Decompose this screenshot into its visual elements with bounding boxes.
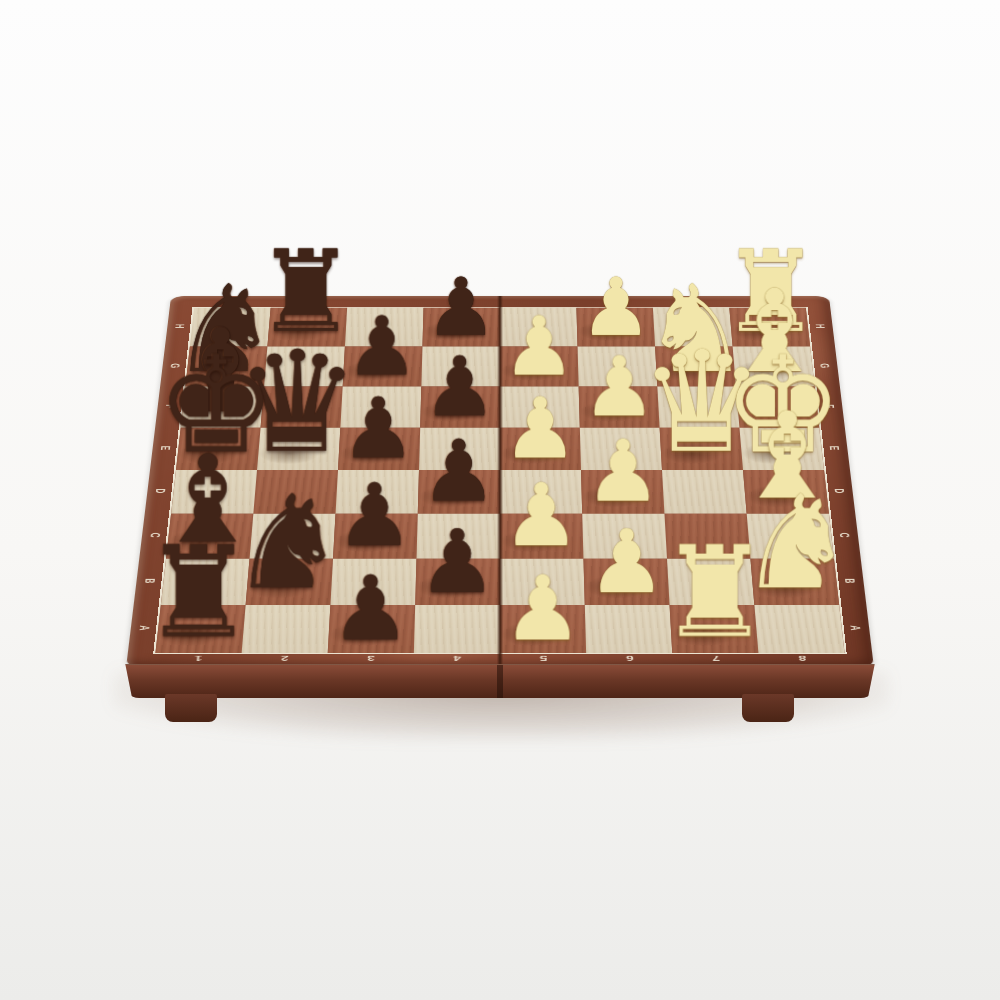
square-B8: ♞ (750, 559, 839, 605)
square-E4 (419, 428, 500, 470)
square-C8 (747, 514, 834, 559)
coord-front-7: 7 (706, 654, 726, 663)
piece-shadow (316, 617, 407, 651)
coord-left-A: A (136, 623, 153, 633)
square-A1: ♜ (155, 605, 245, 653)
piece-shadow (155, 525, 245, 557)
square-H5 (500, 308, 578, 347)
piece-shadow (570, 481, 656, 512)
square-A3: ♟ (328, 605, 415, 653)
board-front-edge (123, 664, 877, 698)
square-F7 (657, 386, 739, 427)
square-C5: ♟ (500, 514, 583, 559)
square-H3 (345, 308, 424, 347)
coord-right-C: C (836, 530, 852, 539)
piece-shadow (175, 357, 259, 385)
square-F6: ♟ (579, 386, 660, 427)
coord-left-G: G (167, 361, 182, 369)
coord-front-3: 3 (361, 654, 381, 663)
square-F5 (500, 386, 580, 427)
square-D5 (500, 470, 582, 514)
square-F4: ♟ (420, 386, 500, 427)
square-B2: ♞ (246, 559, 333, 605)
piece-shadow (327, 439, 412, 469)
piece-shadow (234, 571, 324, 604)
piece-shadow (719, 318, 802, 345)
coord-left-H: H (172, 322, 187, 330)
square-H6: ♟ (576, 308, 655, 347)
piece-shadow (144, 617, 236, 651)
piece-shadow (723, 357, 807, 385)
piece-shadow (740, 571, 831, 604)
square-D6: ♟ (581, 470, 664, 514)
piece-shadow (403, 571, 491, 604)
square-A5: ♟ (500, 605, 586, 653)
front-edge-seam (497, 665, 503, 698)
square-C7 (664, 514, 750, 559)
square-G7: ♞ (655, 347, 736, 387)
square-H4: ♟ (422, 308, 500, 347)
piece-shadow (321, 525, 409, 557)
coord-right-D: D (831, 486, 847, 495)
square-G4 (421, 347, 500, 387)
square-C4 (417, 514, 500, 559)
piece-shadow (246, 439, 332, 469)
coord-front-2: 2 (274, 654, 294, 663)
coord-right-G: G (817, 361, 832, 369)
coord-left-E: E (158, 443, 174, 452)
piece-shadow (645, 357, 728, 385)
square-G1: ♞ (185, 347, 267, 387)
square-F3 (340, 386, 421, 427)
coord-right-H: H (813, 322, 828, 330)
right-foot (742, 694, 794, 722)
square-H2: ♜ (267, 308, 347, 347)
coord-front-5: 5 (534, 654, 553, 663)
piece-shadow (165, 439, 252, 469)
square-E5: ♟ (500, 428, 581, 470)
piece-shadow (733, 481, 821, 512)
piece-shadow (568, 397, 652, 426)
piece-shadow (409, 397, 492, 426)
square-E6 (580, 428, 662, 470)
square-E3: ♟ (338, 428, 420, 470)
square-B4: ♟ (415, 559, 500, 605)
square-A8 (754, 605, 844, 653)
square-E8: ♚ (739, 428, 824, 470)
square-G6 (578, 347, 658, 387)
square-D4: ♟ (418, 470, 500, 514)
piece-shadow (566, 318, 647, 345)
square-G2 (264, 347, 345, 387)
coord-front-6: 6 (620, 654, 640, 663)
piece-shadow (406, 481, 492, 512)
coord-right-A: A (847, 623, 864, 633)
piece-shadow (257, 318, 339, 345)
square-C1: ♝ (166, 514, 253, 559)
square-C3: ♟ (333, 514, 418, 559)
square-A7: ♜ (670, 605, 759, 653)
coord-right-F: F (822, 402, 838, 411)
coord-left-B: B (142, 576, 159, 586)
square-C6 (582, 514, 667, 559)
coord-front-1: 1 (188, 654, 208, 663)
square-G8: ♝ (733, 347, 815, 387)
square-C2 (250, 514, 336, 559)
square-A4 (414, 605, 500, 653)
fold-seam (497, 296, 503, 668)
coord-front-4: 4 (447, 654, 466, 663)
piece-shadow (649, 439, 735, 469)
square-D1 (171, 470, 257, 514)
coord-front-8: 8 (792, 654, 812, 663)
left-foot (165, 694, 217, 722)
square-B6: ♟ (583, 559, 669, 605)
piece-shadow (729, 439, 816, 469)
piece-shadow (170, 397, 255, 426)
board-frame: ♜♟♟♜♞♟♟♞♝♝♟♟♚♛♟♟♛♚♟♟♝♝♟♟♞♟♟♞♜♟♟♜ HGFEDCB… (126, 296, 874, 668)
coord-right-E: E (826, 443, 842, 452)
coord-left-D: D (152, 486, 168, 495)
piece-shadow (572, 571, 661, 604)
square-E2: ♛ (257, 428, 340, 470)
square-F8 (736, 386, 819, 427)
coord-left-F: F (163, 402, 179, 411)
square-D3 (336, 470, 419, 514)
square-H8: ♜ (729, 308, 810, 347)
coord-left-C: C (147, 530, 163, 539)
square-B5 (500, 559, 585, 605)
chess-board: ♜♟♟♜♞♟♟♞♝♝♟♟♚♛♟♟♛♚♟♟♝♝♟♟♞♟♟♞♜♟♟♜ HGFEDCB… (126, 296, 874, 668)
square-F1: ♝ (181, 386, 264, 427)
square-F2 (261, 386, 343, 427)
piece-shadow (658, 617, 749, 651)
square-D2 (253, 470, 338, 514)
dark-pawn-E3: ♟ (282, 390, 476, 467)
square-G5: ♟ (500, 347, 579, 387)
piece-shadow (412, 318, 493, 345)
square-A2 (242, 605, 331, 653)
light-pawn-E5: ♟ (443, 390, 637, 467)
square-G3: ♟ (343, 347, 423, 387)
square-A6 (585, 605, 672, 653)
scene: ♜♟♟♜♞♟♟♞♝♝♟♟♚♛♟♟♛♚♟♟♝♝♟♟♞♟♟♞♜♟♟♜ HGFEDCB… (0, 0, 1000, 1000)
square-B3 (330, 559, 416, 605)
square-D8: ♝ (743, 470, 829, 514)
coord-right-B: B (842, 576, 859, 586)
piece-shadow (332, 357, 415, 385)
